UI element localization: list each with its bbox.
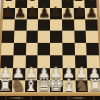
square-f6[interactable] <box>62 19 74 31</box>
square-c7[interactable]: ♟ <box>26 8 38 19</box>
chess-app-window: ♜♞♝♛♚♝♞♜♟♟♟♟♟♟♟♟♟♟♟♟♟♟♟♟♜♞♝♛♚♝♞♜ <box>0 0 100 100</box>
edge-reflection-right <box>69 97 87 99</box>
black-pawn[interactable]: ♟ <box>50 5 62 19</box>
black-pawn[interactable]: ♟ <box>73 5 85 19</box>
square-h4[interactable] <box>86 43 99 55</box>
square-d7[interactable]: ♟ <box>38 8 50 19</box>
square-c6[interactable] <box>26 19 38 31</box>
square-d6[interactable] <box>38 19 50 31</box>
board-front-rail-face <box>0 96 100 100</box>
square-b5[interactable] <box>14 31 26 43</box>
square-c4[interactable] <box>25 43 37 55</box>
square-g7[interactable]: ♟ <box>73 8 85 19</box>
square-a6[interactable] <box>2 19 14 31</box>
square-d5[interactable] <box>38 31 50 43</box>
square-h6[interactable] <box>85 19 97 31</box>
edge-reflection-left <box>8 97 26 99</box>
square-d4[interactable] <box>38 43 50 55</box>
black-pawn[interactable]: ♟ <box>14 5 26 19</box>
square-g4[interactable] <box>74 43 87 55</box>
square-e7[interactable]: ♟ <box>50 8 62 19</box>
square-h5[interactable] <box>86 31 99 43</box>
black-pawn[interactable]: ♟ <box>2 5 14 19</box>
square-a5[interactable] <box>2 31 15 43</box>
square-g6[interactable] <box>74 19 86 31</box>
black-pawn[interactable]: ♟ <box>61 5 73 19</box>
chess-board-3d: ♜♞♝♛♚♝♞♜♟♟♟♟♟♟♟♟♟♟♟♟♟♟♟♟♜♞♝♛♚♝♞♜ <box>0 0 100 94</box>
square-e4[interactable] <box>50 43 62 55</box>
chess-board: ♜♞♝♛♚♝♞♜♟♟♟♟♟♟♟♟♟♟♟♟♟♟♟♟♜♞♝♛♚♝♞♜ <box>0 0 100 94</box>
square-b7[interactable]: ♟ <box>15 8 27 19</box>
square-c5[interactable] <box>26 31 38 43</box>
square-e5[interactable] <box>50 31 62 43</box>
square-b6[interactable] <box>14 19 26 31</box>
square-f4[interactable] <box>62 43 74 55</box>
square-f5[interactable] <box>62 31 74 43</box>
black-pawn[interactable]: ♟ <box>26 5 38 19</box>
square-e6[interactable] <box>50 19 62 31</box>
square-h7[interactable]: ♟ <box>85 8 97 19</box>
square-g5[interactable] <box>74 31 86 43</box>
square-b4[interactable] <box>13 43 26 55</box>
black-pawn[interactable]: ♟ <box>85 5 97 19</box>
square-f7[interactable]: ♟ <box>62 8 74 19</box>
square-a4[interactable] <box>1 43 14 55</box>
